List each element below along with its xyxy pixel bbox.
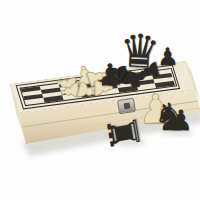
product-photo-scene: ♟♟♟♟♟♟♟♛♟♟♟♟♟♟♜♟♞♟ [0, 0, 200, 200]
black-pawn-standing-rear-right: ♟ [157, 45, 179, 70]
black-pawn-beside-box: ♟ [168, 107, 194, 136]
clasp-latch [117, 98, 136, 114]
clasp-keyhole [123, 103, 130, 110]
